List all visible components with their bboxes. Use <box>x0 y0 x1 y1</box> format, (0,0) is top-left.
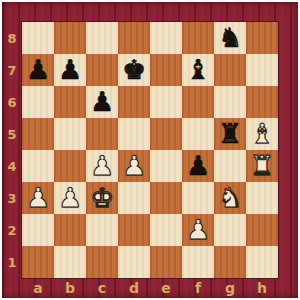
square-a7[interactable]: ♟ <box>22 54 54 86</box>
white-knight: ♞ <box>218 184 242 211</box>
square-h6[interactable] <box>246 86 278 118</box>
white-pawn: ♟ <box>186 216 210 243</box>
square-b4[interactable] <box>54 150 86 182</box>
rank-label-6: 6 <box>2 86 22 118</box>
black-pawn: ♟ <box>26 56 50 83</box>
square-a2[interactable] <box>22 214 54 246</box>
square-a6[interactable] <box>22 86 54 118</box>
square-b7[interactable]: ♟ <box>54 54 86 86</box>
chessboard-screenshot: ♞♟♟♚♝♟♜♝♟♟♟♜♟♟♚♞♟ 87654321abcdefgh <box>0 0 300 300</box>
rank-label-3: 3 <box>2 182 22 214</box>
square-d2[interactable] <box>118 214 150 246</box>
rank-label-8: 8 <box>2 22 22 54</box>
rank-label-2: 2 <box>2 214 22 246</box>
square-b2[interactable] <box>54 214 86 246</box>
square-b5[interactable] <box>54 118 86 150</box>
square-h4[interactable]: ♜ <box>246 150 278 182</box>
black-pawn: ♟ <box>58 56 82 83</box>
black-rook: ♜ <box>218 120 242 147</box>
square-a5[interactable] <box>22 118 54 150</box>
square-f8[interactable] <box>182 22 214 54</box>
file-label-a: a <box>22 278 54 298</box>
rank-label-4: 4 <box>2 150 22 182</box>
black-pawn: ♟ <box>90 88 114 115</box>
rank-label-7: 7 <box>2 54 22 86</box>
white-rook: ♜ <box>250 152 274 179</box>
square-g3[interactable]: ♞ <box>214 182 246 214</box>
square-g8[interactable]: ♞ <box>214 22 246 54</box>
file-label-b: b <box>54 278 86 298</box>
square-d3[interactable] <box>118 182 150 214</box>
white-pawn: ♟ <box>90 152 114 179</box>
square-g2[interactable] <box>214 214 246 246</box>
rank-label-5: 5 <box>2 118 22 150</box>
square-f3[interactable] <box>182 182 214 214</box>
chess-board: ♞♟♟♚♝♟♜♝♟♟♟♜♟♟♚♞♟ <box>22 22 278 278</box>
square-f6[interactable] <box>182 86 214 118</box>
square-g4[interactable] <box>214 150 246 182</box>
square-d1[interactable] <box>118 246 150 278</box>
square-c5[interactable] <box>86 118 118 150</box>
file-label-d: d <box>118 278 150 298</box>
square-e2[interactable] <box>150 214 182 246</box>
square-f2[interactable]: ♟ <box>182 214 214 246</box>
square-e6[interactable] <box>150 86 182 118</box>
square-e1[interactable] <box>150 246 182 278</box>
square-e3[interactable] <box>150 182 182 214</box>
square-c8[interactable] <box>86 22 118 54</box>
square-e7[interactable] <box>150 54 182 86</box>
square-b6[interactable] <box>54 86 86 118</box>
square-c2[interactable] <box>86 214 118 246</box>
file-label-g: g <box>214 278 246 298</box>
square-e5[interactable] <box>150 118 182 150</box>
square-f7[interactable]: ♝ <box>182 54 214 86</box>
square-f4[interactable]: ♟ <box>182 150 214 182</box>
white-pawn: ♟ <box>122 152 146 179</box>
square-c1[interactable] <box>86 246 118 278</box>
file-label-c: c <box>86 278 118 298</box>
white-pawn: ♟ <box>58 184 82 211</box>
square-c7[interactable] <box>86 54 118 86</box>
square-b3[interactable]: ♟ <box>54 182 86 214</box>
square-a8[interactable] <box>22 22 54 54</box>
square-d7[interactable]: ♚ <box>118 54 150 86</box>
square-h2[interactable] <box>246 214 278 246</box>
black-bishop: ♝ <box>186 56 210 83</box>
square-b1[interactable] <box>54 246 86 278</box>
white-pawn: ♟ <box>26 184 50 211</box>
square-f5[interactable] <box>182 118 214 150</box>
white-king: ♚ <box>90 184 114 211</box>
square-h8[interactable] <box>246 22 278 54</box>
square-d6[interactable] <box>118 86 150 118</box>
square-c4[interactable]: ♟ <box>86 150 118 182</box>
square-h7[interactable] <box>246 54 278 86</box>
file-label-e: e <box>150 278 182 298</box>
file-label-h: h <box>246 278 278 298</box>
square-h1[interactable] <box>246 246 278 278</box>
square-d4[interactable]: ♟ <box>118 150 150 182</box>
square-d5[interactable] <box>118 118 150 150</box>
square-g5[interactable]: ♜ <box>214 118 246 150</box>
square-e4[interactable] <box>150 150 182 182</box>
square-e8[interactable] <box>150 22 182 54</box>
board-frame: ♞♟♟♚♝♟♜♝♟♟♟♜♟♟♚♞♟ 87654321abcdefgh <box>2 2 298 298</box>
square-g7[interactable] <box>214 54 246 86</box>
square-g1[interactable] <box>214 246 246 278</box>
black-pawn: ♟ <box>186 152 210 179</box>
square-a4[interactable] <box>22 150 54 182</box>
square-g6[interactable] <box>214 86 246 118</box>
black-king: ♚ <box>122 56 146 83</box>
white-bishop: ♝ <box>250 120 274 147</box>
square-h3[interactable] <box>246 182 278 214</box>
rank-label-1: 1 <box>2 246 22 278</box>
square-c6[interactable]: ♟ <box>86 86 118 118</box>
square-a1[interactable] <box>22 246 54 278</box>
square-h5[interactable]: ♝ <box>246 118 278 150</box>
square-a3[interactable]: ♟ <box>22 182 54 214</box>
square-f1[interactable] <box>182 246 214 278</box>
file-label-f: f <box>182 278 214 298</box>
black-knight: ♞ <box>218 24 242 51</box>
square-d8[interactable] <box>118 22 150 54</box>
square-c3[interactable]: ♚ <box>86 182 118 214</box>
square-b8[interactable] <box>54 22 86 54</box>
